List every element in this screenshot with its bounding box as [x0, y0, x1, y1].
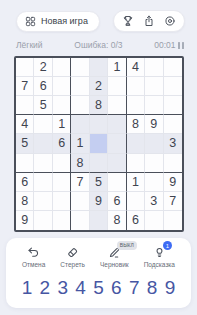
cell-r9c1[interactable]: 9 [16, 211, 34, 230]
draft-off-badge: ВЫКЛ [117, 241, 137, 250]
cell-r8c2[interactable] [34, 192, 52, 211]
new-game-button[interactable]: Новая игра [16, 11, 100, 32]
numpad-button-8[interactable]: 8 [144, 277, 160, 299]
cell-r3c8[interactable] [145, 96, 163, 115]
cell-r2c9[interactable] [164, 77, 182, 96]
cell-r3c5[interactable]: 8 [90, 96, 108, 115]
cell-r5c3[interactable]: 6 [53, 134, 71, 153]
difficulty-label: Лёгкий [16, 40, 43, 50]
cell-r8c1[interactable]: 8 [16, 192, 34, 211]
numpad-button-6[interactable]: 6 [108, 277, 124, 299]
cell-r8c5[interactable]: 9 [90, 192, 108, 211]
numpad-button-5[interactable]: 5 [91, 277, 107, 299]
erase-button[interactable]: Стереть [60, 245, 85, 268]
numpad-button-1[interactable]: 1 [19, 277, 35, 299]
cell-r6c9[interactable] [164, 154, 182, 173]
numpad-button-4[interactable]: 4 [73, 277, 89, 299]
cell-r8c9[interactable]: 7 [164, 192, 182, 211]
trophy-icon[interactable] [122, 15, 134, 27]
cell-r8c7[interactable] [127, 192, 145, 211]
undo-label: Отмена [22, 261, 45, 268]
new-game-label: Новая игра [41, 16, 88, 26]
cell-r2c8[interactable] [145, 77, 163, 96]
cell-r4c2[interactable] [34, 115, 52, 134]
cell-r4c5[interactable] [90, 115, 108, 134]
cell-r7c8[interactable] [145, 173, 163, 192]
cell-r5c5[interactable] [90, 134, 108, 153]
cell-r5c7[interactable] [127, 134, 145, 153]
hint-count-badge: 1 [163, 241, 172, 250]
cell-r7c3[interactable] [53, 173, 71, 192]
cell-r3c6[interactable] [108, 96, 126, 115]
cell-r1c5[interactable] [90, 58, 108, 77]
cell-r7c5[interactable]: 5 [90, 173, 108, 192]
cell-r6c3[interactable] [53, 154, 71, 173]
numpad-button-3[interactable]: 3 [55, 277, 71, 299]
cell-r1c9[interactable] [164, 58, 182, 77]
timer: 00:01 [154, 40, 184, 50]
cell-r1c1[interactable] [16, 58, 34, 77]
cell-r9c4[interactable] [71, 211, 89, 230]
sudoku-app: Новая игра [0, 0, 197, 315]
numpad-button-9[interactable]: 9 [162, 277, 178, 299]
cell-r6c6[interactable] [108, 154, 126, 173]
numpad-button-2[interactable]: 2 [37, 277, 53, 299]
cell-r8c4[interactable] [71, 192, 89, 211]
cell-r5c8[interactable] [145, 134, 163, 153]
mistakes-label: Ошибка: 0/3 [74, 40, 122, 50]
cell-r9c5[interactable] [90, 211, 108, 230]
cell-r6c7[interactable] [127, 154, 145, 173]
cell-r3c4[interactable] [71, 96, 89, 115]
header-actions [113, 10, 185, 32]
undo-icon [27, 245, 40, 259]
cell-r2c1[interactable]: 7 [16, 77, 34, 96]
cell-r2c2[interactable]: 6 [34, 77, 52, 96]
hint-button[interactable]: 1 Подсказка [144, 245, 175, 268]
eraser-icon [66, 245, 79, 259]
cell-r3c1[interactable] [16, 96, 34, 115]
cell-r2c4[interactable] [71, 77, 89, 96]
cell-r5c4[interactable]: 1 [71, 134, 89, 153]
cell-r9c7[interactable]: 6 [127, 211, 145, 230]
header: Новая игра [16, 10, 185, 32]
hint-label: Подсказка [144, 261, 175, 268]
cell-r5c2[interactable] [34, 134, 52, 153]
cell-r3c3[interactable] [53, 96, 71, 115]
cell-r7c6[interactable] [108, 173, 126, 192]
cell-r5c6[interactable] [108, 134, 126, 153]
sudoku-board: 214762584189561386751989637986 [14, 56, 184, 232]
cell-r6c2[interactable] [34, 154, 52, 173]
cell-r3c7[interactable] [127, 96, 145, 115]
pause-icon[interactable] [178, 42, 184, 49]
status-bar: Лёгкий Ошибка: 0/3 00:01 [16, 40, 184, 50]
control-card: Отмена Стереть [6, 238, 191, 308]
lightbulb-icon: 1 [153, 245, 166, 259]
cell-r7c7[interactable]: 1 [127, 173, 145, 192]
cell-r2c7[interactable] [127, 77, 145, 96]
cell-r9c8[interactable] [145, 211, 163, 230]
draft-label: Черновик [100, 261, 129, 268]
cell-r1c2[interactable]: 2 [34, 58, 52, 77]
cell-r1c8[interactable] [145, 58, 163, 77]
cell-r2c3[interactable] [53, 77, 71, 96]
cell-r2c5[interactable]: 2 [90, 77, 108, 96]
cell-r3c2[interactable]: 5 [34, 96, 52, 115]
numpad-button-7[interactable]: 7 [126, 277, 142, 299]
cell-r1c3[interactable] [53, 58, 71, 77]
cell-r4c3[interactable]: 1 [53, 115, 71, 134]
cell-r6c1[interactable] [16, 154, 34, 173]
pencil-icon: ВЫКЛ [108, 245, 121, 259]
cell-r9c2[interactable] [34, 211, 52, 230]
grid-icon [25, 16, 36, 27]
settings-icon[interactable] [164, 15, 176, 27]
cell-r4c8[interactable]: 9 [145, 115, 163, 134]
cell-r2c6[interactable] [108, 77, 126, 96]
cell-r4c6[interactable] [108, 115, 126, 134]
cell-r7c4[interactable]: 7 [71, 173, 89, 192]
cell-r9c6[interactable]: 8 [108, 211, 126, 230]
share-icon[interactable] [143, 15, 155, 27]
cell-r4c7[interactable]: 8 [127, 115, 145, 134]
cell-r9c9[interactable] [164, 211, 182, 230]
cell-r4c4[interactable] [71, 115, 89, 134]
cell-r1c7[interactable]: 4 [127, 58, 145, 77]
cell-r4c9[interactable] [164, 115, 182, 134]
cell-r6c4[interactable]: 8 [71, 154, 89, 173]
cell-r3c9[interactable] [164, 96, 182, 115]
cell-r9c3[interactable] [53, 211, 71, 230]
timer-label: 00:01 [154, 40, 175, 50]
cell-r6c5[interactable] [90, 154, 108, 173]
cell-r5c1[interactable]: 5 [16, 134, 34, 153]
cell-r7c2[interactable] [34, 173, 52, 192]
cell-r8c3[interactable] [53, 192, 71, 211]
cell-r7c9[interactable]: 9 [164, 173, 182, 192]
cell-r6c8[interactable] [145, 154, 163, 173]
cell-r7c1[interactable]: 6 [16, 173, 34, 192]
cell-r1c6[interactable]: 1 [108, 58, 126, 77]
undo-button[interactable]: Отмена [22, 245, 45, 268]
erase-label: Стереть [60, 261, 85, 268]
draft-button[interactable]: ВЫКЛ Черновик [100, 245, 129, 268]
cell-r4c1[interactable]: 4 [16, 115, 34, 134]
cell-r8c6[interactable]: 6 [108, 192, 126, 211]
numpad: 1 2 3 4 5 6 7 8 9 [6, 271, 191, 305]
cell-r5c9[interactable]: 3 [164, 134, 182, 153]
cell-r8c8[interactable]: 3 [145, 192, 163, 211]
cell-r1c4[interactable] [71, 58, 89, 77]
toolbar: Отмена Стереть [6, 238, 191, 268]
